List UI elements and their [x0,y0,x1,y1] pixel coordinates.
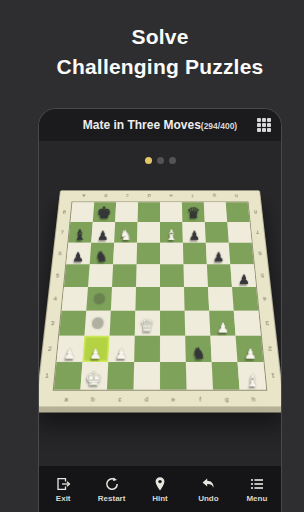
square-c1[interactable] [107,362,134,390]
appbar: Mate in Three Moves(294/400) [39,109,281,141]
piece-black-king: ♚ [93,205,115,221]
piece-white-knight: ♞ [114,228,137,242]
hero-title-line2: Challenging Puzzles [16,52,304,82]
square-h1[interactable]: ♝ [238,362,267,390]
piece-black-pawn: ♟ [183,229,206,241]
square-h3[interactable] [234,311,261,336]
restart-button[interactable]: Restart [87,476,135,503]
legal-move-hint-dot[interactable] [93,293,105,304]
square-b8[interactable]: ♚ [93,202,116,222]
legal-move-hint-dot[interactable] [92,317,104,328]
square-a8[interactable] [70,202,94,222]
square-c8[interactable] [115,202,138,222]
page: Solve Challenging Puzzles Mate in Three … [16,0,304,512]
rank-label: 6 [55,243,66,265]
rank-label: 3 [261,311,273,336]
restart-icon [104,476,120,492]
square-e7[interactable]: ♝ [160,222,183,243]
piece-black-pawn: ♟ [66,251,89,264]
square-e4[interactable] [160,287,185,311]
file-label: b [95,193,117,198]
square-e6[interactable] [160,243,183,265]
square-f7[interactable]: ♟ [182,222,205,243]
rank-label: 6 [255,243,266,265]
file-labels-bottom: abcdefgh [53,396,268,403]
square-e3[interactable] [160,311,185,336]
square-a5[interactable] [64,264,90,287]
rank-label: 2 [44,336,56,362]
square-d3[interactable]: ♛ [135,311,160,336]
piece-black-pawn: ♟ [232,273,256,286]
board-stage: abcdefgh abcdefgh 87654321 87654321 ♚♛♝♟… [39,176,281,398]
rank-label: 2 [264,336,276,362]
square-g2[interactable] [210,336,237,362]
rank-label: 7 [57,222,68,243]
restart-label: Restart [98,494,126,503]
file-labels-top: abcdefgh [73,193,248,198]
square-c3[interactable] [110,311,136,336]
app-screen: abcdefgh abcdefgh 87654321 87654321 ♚♛♝♟… [39,141,281,466]
piece-white-pawn: ♟ [108,347,134,361]
square-b3[interactable] [84,311,110,336]
rank-label: 8 [59,202,69,222]
piece-white-pawn: ♟ [210,321,235,335]
file-label: d [138,193,160,198]
square-h7[interactable] [227,222,251,243]
square-d8[interactable] [138,202,160,222]
square-c2[interactable]: ♟ [108,336,134,362]
file-label: g [203,193,225,198]
hint-label: Hint [152,494,168,503]
square-g5[interactable] [207,264,232,287]
square-f4[interactable] [184,287,209,311]
square-d6[interactable] [137,243,160,265]
rank-label: 5 [257,264,268,287]
menu-button[interactable]: Menu [233,476,281,503]
square-b4[interactable] [86,287,112,311]
square-c6[interactable] [113,243,137,265]
file-label: f [182,193,204,198]
square-d4[interactable] [135,287,160,311]
square-h8[interactable] [226,202,250,222]
rank-label: 8 [250,202,260,222]
file-label: c [116,193,138,198]
piece-black-knight: ♞ [186,345,212,361]
board-3d-tilt: abcdefgh abcdefgh 87654321 87654321 ♚♛♝♟… [38,190,282,407]
file-label: a [53,396,80,403]
square-b1[interactable]: ♚ [80,362,108,390]
menu-list-icon [249,476,265,492]
page-indicator[interactable] [39,157,281,164]
square-d5[interactable] [136,264,160,287]
piece-white-pawn: ♟ [237,347,263,361]
file-label: f [187,396,214,403]
square-d2[interactable] [134,336,160,362]
square-b7[interactable]: ♟ [91,222,115,243]
square-g6[interactable]: ♟ [206,243,231,265]
square-f5[interactable] [183,264,208,287]
square-b5[interactable] [88,264,113,287]
square-e2[interactable] [160,336,186,362]
square-c4[interactable] [111,287,136,311]
piece-white-pawn: ♟ [83,347,109,361]
file-label: c [106,396,133,403]
rank-label: 3 [47,311,59,336]
square-g1[interactable] [212,362,240,390]
file-label: d [133,396,160,403]
piece-black-pawn: ♟ [207,251,230,264]
rank-label: 4 [259,287,271,311]
square-e5[interactable] [160,264,184,287]
exit-label: Exit [56,494,71,503]
file-label: h [240,396,267,403]
square-a6[interactable]: ♟ [66,243,91,265]
square-b2[interactable]: ♟ [82,336,109,362]
file-label: g [213,396,240,403]
page-dot[interactable] [169,157,176,164]
square-f6[interactable] [183,243,207,265]
square-f3[interactable] [185,311,211,336]
undo-button[interactable]: Undo [184,476,232,503]
piece-white-bishop: ♝ [160,228,183,242]
piece-black-bishop: ♝ [68,228,91,242]
phone-frame: Mate in Three Moves(294/400) abcdefgh ab… [38,108,282,512]
square-f8[interactable]: ♛ [182,202,205,222]
piece-black-knight: ♞ [90,249,113,263]
square-g7[interactable] [205,222,229,243]
square-h4[interactable] [232,287,258,311]
hero-title-line1: Solve [16,22,304,52]
rank-label: 5 [52,264,63,287]
square-h2[interactable]: ♟ [236,336,264,362]
puzzle-title-text: Mate in Three Moves [83,118,201,132]
chess-board: abcdefgh abcdefgh 87654321 87654321 ♚♛♝♟… [38,190,282,407]
piece-white-bishop: ♝ [239,372,265,388]
rank-label: 1 [41,362,54,390]
rank-label: 4 [49,287,61,311]
file-label: e [160,396,187,403]
piece-black-pawn: ♟ [91,229,114,241]
undo-label: Undo [198,494,218,503]
file-label: e [160,193,182,198]
square-a1[interactable] [54,362,83,390]
square-b6[interactable]: ♞ [90,243,115,265]
hint-pin-icon [152,476,168,492]
file-label: b [79,396,106,403]
piece-white-king: ♚ [81,369,107,388]
piece-white-pawn: ♟ [57,347,83,361]
hint-button[interactable]: Hint [136,476,184,503]
square-f2[interactable]: ♞ [185,336,211,362]
exit-button[interactable]: Exit [39,476,87,503]
rank-label: 7 [252,222,263,243]
square-g4[interactable] [208,287,234,311]
page-dot[interactable] [157,157,164,164]
square-h6[interactable] [229,243,254,265]
square-h5[interactable]: ♟ [230,264,256,287]
square-c5[interactable] [112,264,137,287]
square-d7[interactable] [137,222,160,243]
board-squares: ♚♛♝♟♞♝♟♟♞♟♟♛♟♟♟♟♞♟♚♝ [53,201,268,390]
square-a3[interactable] [59,311,86,336]
hero-title: Solve Challenging Puzzles [16,0,304,82]
menu-label: Menu [246,494,267,503]
toolbar: Exit Restart Hint Undo Menu [39,466,281,512]
square-g3[interactable]: ♟ [209,311,235,336]
rank-label: 1 [267,362,280,390]
square-a7[interactable]: ♝ [68,222,92,243]
page-dot[interactable] [145,157,152,164]
exit-door-icon [55,476,71,492]
square-e8[interactable] [160,202,182,222]
file-label: a [73,193,95,198]
puzzle-progress: (294/400) [201,121,237,131]
square-g8[interactable] [204,202,227,222]
square-a2[interactable]: ♟ [57,336,85,362]
square-a4[interactable] [62,287,88,311]
square-d1[interactable] [133,362,160,390]
puzzle-grid-icon[interactable] [257,118,271,132]
square-e1[interactable] [160,362,187,390]
file-label: h [225,193,247,198]
square-c7[interactable]: ♞ [114,222,137,243]
undo-arrow-icon [200,476,216,492]
piece-black-queen: ♛ [182,206,204,221]
piece-white-queen: ♛ [135,317,160,334]
puzzle-title: Mate in Three Moves(294/400) [83,118,237,132]
square-f1[interactable] [186,362,213,390]
